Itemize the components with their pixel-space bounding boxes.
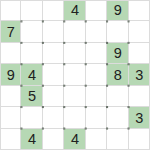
puzzle-screen: 497994835344 <box>0 0 150 150</box>
cell-r6c6-empty[interactable] <box>107 107 128 128</box>
cell-r4c7-given: 3 <box>129 64 150 85</box>
cell-r2c4-empty[interactable] <box>64 21 85 42</box>
cell-r1c5-empty[interactable] <box>86 0 107 21</box>
cell-r7c5-empty[interactable] <box>86 129 107 150</box>
cell-r2c3-empty[interactable] <box>43 21 64 42</box>
cell-r5c4-empty[interactable] <box>64 86 85 107</box>
cell-r6c7-given: 3 <box>129 107 150 128</box>
cell-r1c4-given: 4 <box>64 0 85 21</box>
cell-r1c7-empty[interactable] <box>129 0 150 21</box>
cell-r3c4-empty[interactable] <box>64 43 85 64</box>
cell-r4c1-given: 9 <box>0 64 21 85</box>
cell-r1c3-empty[interactable] <box>43 0 64 21</box>
cell-r5c2-given: 5 <box>21 86 42 107</box>
cell-r7c3-empty[interactable] <box>43 129 64 150</box>
given-digit: 4 <box>71 3 79 18</box>
given-digit: 3 <box>135 111 143 126</box>
cell-r5c6-empty[interactable] <box>107 86 128 107</box>
given-digit: 7 <box>7 25 15 40</box>
cell-r7c4-given: 4 <box>64 129 85 150</box>
given-digit: 4 <box>28 68 36 83</box>
cell-r6c1-empty[interactable] <box>0 107 21 128</box>
puzzle-board: 497994835344 <box>0 0 150 150</box>
cell-r5c7-empty[interactable] <box>129 86 150 107</box>
given-digit: 3 <box>135 68 143 83</box>
cell-r1c6-given: 9 <box>107 0 128 21</box>
cell-r2c1-given: 7 <box>0 21 21 42</box>
cell-r5c3-empty[interactable] <box>43 86 64 107</box>
given-digit: 8 <box>114 68 122 83</box>
given-digit: 5 <box>28 89 36 104</box>
cell-r6c5-empty[interactable] <box>86 107 107 128</box>
cell-r2c6-empty[interactable] <box>107 21 128 42</box>
cell-r2c5-empty[interactable] <box>86 21 107 42</box>
cell-r7c2-given: 4 <box>21 129 42 150</box>
cell-r5c1-empty[interactable] <box>0 86 21 107</box>
cell-r2c2-empty[interactable] <box>21 21 42 42</box>
cell-r3c6-given: 9 <box>107 43 128 64</box>
given-digit: 9 <box>7 68 15 83</box>
cell-r7c6-empty[interactable] <box>107 129 128 150</box>
cell-r3c1-empty[interactable] <box>0 43 21 64</box>
cell-r6c3-empty[interactable] <box>43 107 64 128</box>
cell-r4c3-empty[interactable] <box>43 64 64 85</box>
cell-r4c6-given: 8 <box>107 64 128 85</box>
cell-r3c2-empty[interactable] <box>21 43 42 64</box>
given-digit: 4 <box>71 132 79 147</box>
given-digit: 4 <box>28 132 36 147</box>
cell-r3c5-empty[interactable] <box>86 43 107 64</box>
given-digit: 9 <box>114 3 122 18</box>
cell-r7c1-empty[interactable] <box>0 129 21 150</box>
cell-r4c2-given: 4 <box>21 64 42 85</box>
cell-r1c2-empty[interactable] <box>21 0 42 21</box>
cell-r7c7-empty[interactable] <box>129 129 150 150</box>
cell-r2c7-empty[interactable] <box>129 21 150 42</box>
cell-r5c5-empty[interactable] <box>86 86 107 107</box>
cell-r3c3-empty[interactable] <box>43 43 64 64</box>
cell-r4c4-empty[interactable] <box>64 64 85 85</box>
cell-r4c5-empty[interactable] <box>86 64 107 85</box>
given-digit: 9 <box>114 46 122 61</box>
cell-r3c7-empty[interactable] <box>129 43 150 64</box>
cell-r6c2-empty[interactable] <box>21 107 42 128</box>
cell-r6c4-empty[interactable] <box>64 107 85 128</box>
cell-r1c1-empty[interactable] <box>0 0 21 21</box>
